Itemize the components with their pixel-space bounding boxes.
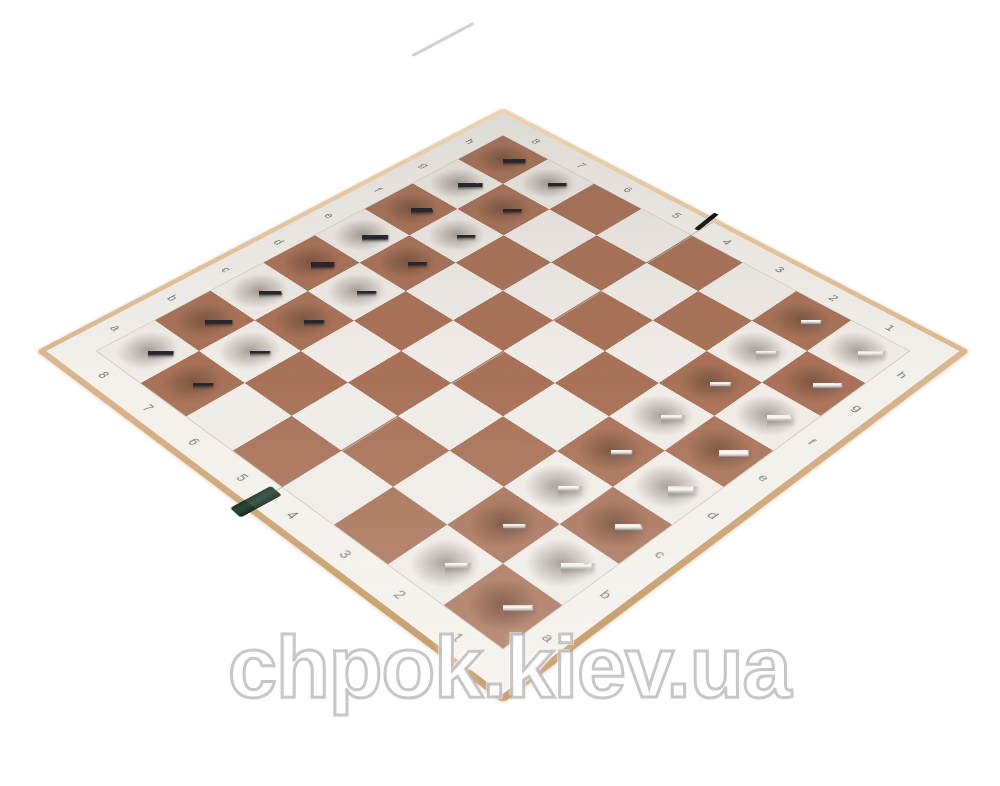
chess-board: aa88bb77cc66dd55ee44ff33gg22hh11 ♜♞♝♛♚♝♞… [36,108,969,703]
watermark-text: chpok.kiev.ua [228,616,790,718]
photo-stage: aa88bb77cc66dd55ee44ff33gg22hh11 ♜♞♝♛♚♝♞… [0,0,1000,786]
queen-ball-finial [303,148,319,164]
pieces-layer: ♜♞♝♛♚♝♞♜♟♟♟♟♟♟♟♟♟♟♟♟♟♟♟♟♜♞♝♛♚♝♞♜ [97,135,909,648]
